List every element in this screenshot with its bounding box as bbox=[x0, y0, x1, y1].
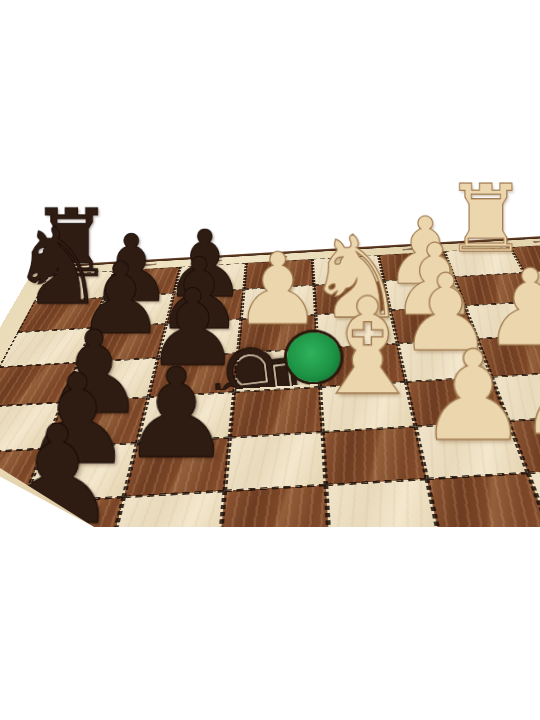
square-d3 bbox=[225, 432, 326, 491]
square-c3: ♟ bbox=[124, 438, 230, 497]
page: { "game": "chess", "scene": { "descripti… bbox=[0, 0, 540, 720]
square-b6: ♟ bbox=[78, 324, 166, 363]
square-e3 bbox=[323, 426, 427, 484]
frame-coordinate-mark bbox=[272, 256, 287, 259]
square-d4 bbox=[230, 387, 323, 438]
square-e5 bbox=[318, 344, 406, 387]
square-e4: ♝ bbox=[320, 382, 416, 432]
dark-rook: ♜ bbox=[30, 197, 114, 290]
frame-coordinate-mark bbox=[533, 240, 540, 243]
square-f4 bbox=[406, 377, 508, 427]
square-c7: ♟ bbox=[166, 289, 243, 323]
square-a5 bbox=[0, 363, 78, 408]
square-d5: ♚ bbox=[234, 348, 320, 392]
square-d6: ♟ bbox=[238, 315, 318, 353]
square-d2 bbox=[219, 485, 330, 527]
frame-coordinate-mark bbox=[402, 248, 418, 251]
product-photo: ♜♜♞♟♟♟♟♟♟♞♟♟♚♟♟♟♝♟♟♟♟♟ bbox=[0, 130, 540, 527]
square-c5: ♟ bbox=[148, 353, 238, 397]
frame-coordinate-mark bbox=[337, 252, 352, 255]
square-b4: ♟ bbox=[44, 397, 148, 448]
frame-coordinate-mark bbox=[75, 267, 91, 270]
frame-coordinate-mark bbox=[468, 244, 484, 247]
square-c4 bbox=[137, 392, 234, 443]
camera-tilt: ♜♜♞♟♟♟♟♟♟♞♟♟♚♟♟♟♝♟♟♟♟♟ bbox=[0, 130, 540, 527]
frame-coordinate-mark bbox=[206, 260, 221, 263]
square-e6: ♞ bbox=[316, 310, 398, 348]
square-f2 bbox=[427, 473, 540, 527]
square-b5 bbox=[62, 358, 158, 403]
frame-coordinate-mark bbox=[141, 263, 157, 266]
square-e2 bbox=[326, 479, 441, 527]
perspective-scene: ♜♜♞♟♟♟♟♟♟♞♟♟♚♟♟♟♝♟♟♟♟♟ bbox=[0, 130, 540, 527]
square-f3: ♟ bbox=[416, 421, 528, 479]
square-f6: ♟ bbox=[390, 306, 477, 344]
square-e7 bbox=[314, 281, 390, 315]
board-grid: ♜♜♞♟♟♟♟♟♟♞♟♟♚♟♟♟♝♟♟♟♟♟ bbox=[0, 243, 540, 527]
square-c6: ♟ bbox=[158, 319, 241, 358]
square-f7: ♟ bbox=[384, 277, 465, 310]
square-g4 bbox=[492, 372, 540, 421]
square-f5: ♟ bbox=[398, 339, 492, 382]
square-d7 bbox=[241, 285, 316, 319]
chess-board: ♜♜♞♟♟♟♟♟♟♞♟♟♚♟♟♟♝♟♟♟♟♟ bbox=[0, 236, 540, 527]
square-g6 bbox=[465, 301, 540, 338]
